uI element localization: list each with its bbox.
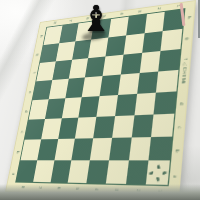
- knight-icon: ♞: [148, 170, 155, 175]
- square[interactable]: [149, 137, 172, 161]
- knight-icon: ♞: [154, 175, 160, 181]
- square[interactable]: [144, 12, 165, 33]
- square[interactable]: [139, 51, 161, 73]
- photo-scene: 87654321 87654321 hgfedcba hgfedcba ♞♞♞♞…: [0, 0, 200, 200]
- square[interactable]: ♞♞♞♞: [146, 160, 170, 185]
- square[interactable]: [142, 31, 163, 53]
- four-knight-diamond-logo: ♞♞♞♞: [148, 163, 168, 181]
- square[interactable]: [131, 114, 154, 137]
- square[interactable]: [137, 71, 159, 93]
- square[interactable]: [156, 70, 178, 93]
- black-bishop[interactable]: ♝: [80, 0, 108, 42]
- square[interactable]: [161, 29, 183, 51]
- brand-mark: ♘ CHESS: [178, 61, 189, 84]
- knight-icon: ♞: [156, 163, 162, 169]
- square[interactable]: [134, 93, 156, 116]
- table-edge-shadow: [0, 184, 200, 200]
- square[interactable]: [125, 160, 148, 184]
- frame-edge-shadow: [198, 0, 200, 38]
- brand-text: CHESS: [181, 67, 187, 84]
- square[interactable]: [158, 49, 180, 71]
- knight-icon: ♞: [161, 170, 168, 176]
- square[interactable]: [151, 114, 174, 137]
- square[interactable]: [154, 91, 177, 114]
- square[interactable]: [128, 137, 151, 160]
